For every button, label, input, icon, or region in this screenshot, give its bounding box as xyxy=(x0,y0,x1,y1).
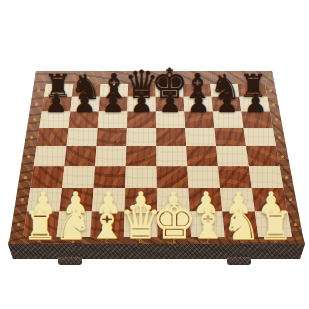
piece-black-pawn-b7[interactable]: ♟ xyxy=(73,90,96,116)
piece-white-rook-a1[interactable]: ♜ xyxy=(22,205,57,244)
piece-black-pawn-g7[interactable]: ♟ xyxy=(216,90,239,116)
piece-white-knight-g1[interactable]: ♞ xyxy=(222,202,261,245)
piece-black-pawn-d7[interactable]: ♟ xyxy=(130,90,153,116)
piece-black-pawn-a7[interactable]: ♟ xyxy=(45,90,68,116)
piece-white-rook-h1[interactable]: ♜ xyxy=(258,205,293,244)
piece-black-pawn-c7[interactable]: ♟ xyxy=(102,90,125,116)
piece-black-pawn-e7[interactable]: ♟ xyxy=(159,90,182,116)
pieces-layer: ♜♞♝♛♚♝♞♜♟♟♟♟♟♟♟♟♟♟♟♟♟♟♟♟♜♞♝♛♚♝♞♜ xyxy=(0,0,309,309)
piece-black-pawn-h7[interactable]: ♟ xyxy=(244,90,267,116)
chess-product-photo: ABCDEFGH ♜♞♝♛♚♝♞♜♟♟♟♟♟♟♟♟♟♟♟♟♟♟♟♟♜♞♝♛♚♝♞… xyxy=(0,0,309,309)
piece-black-pawn-f7[interactable]: ♟ xyxy=(187,90,210,116)
